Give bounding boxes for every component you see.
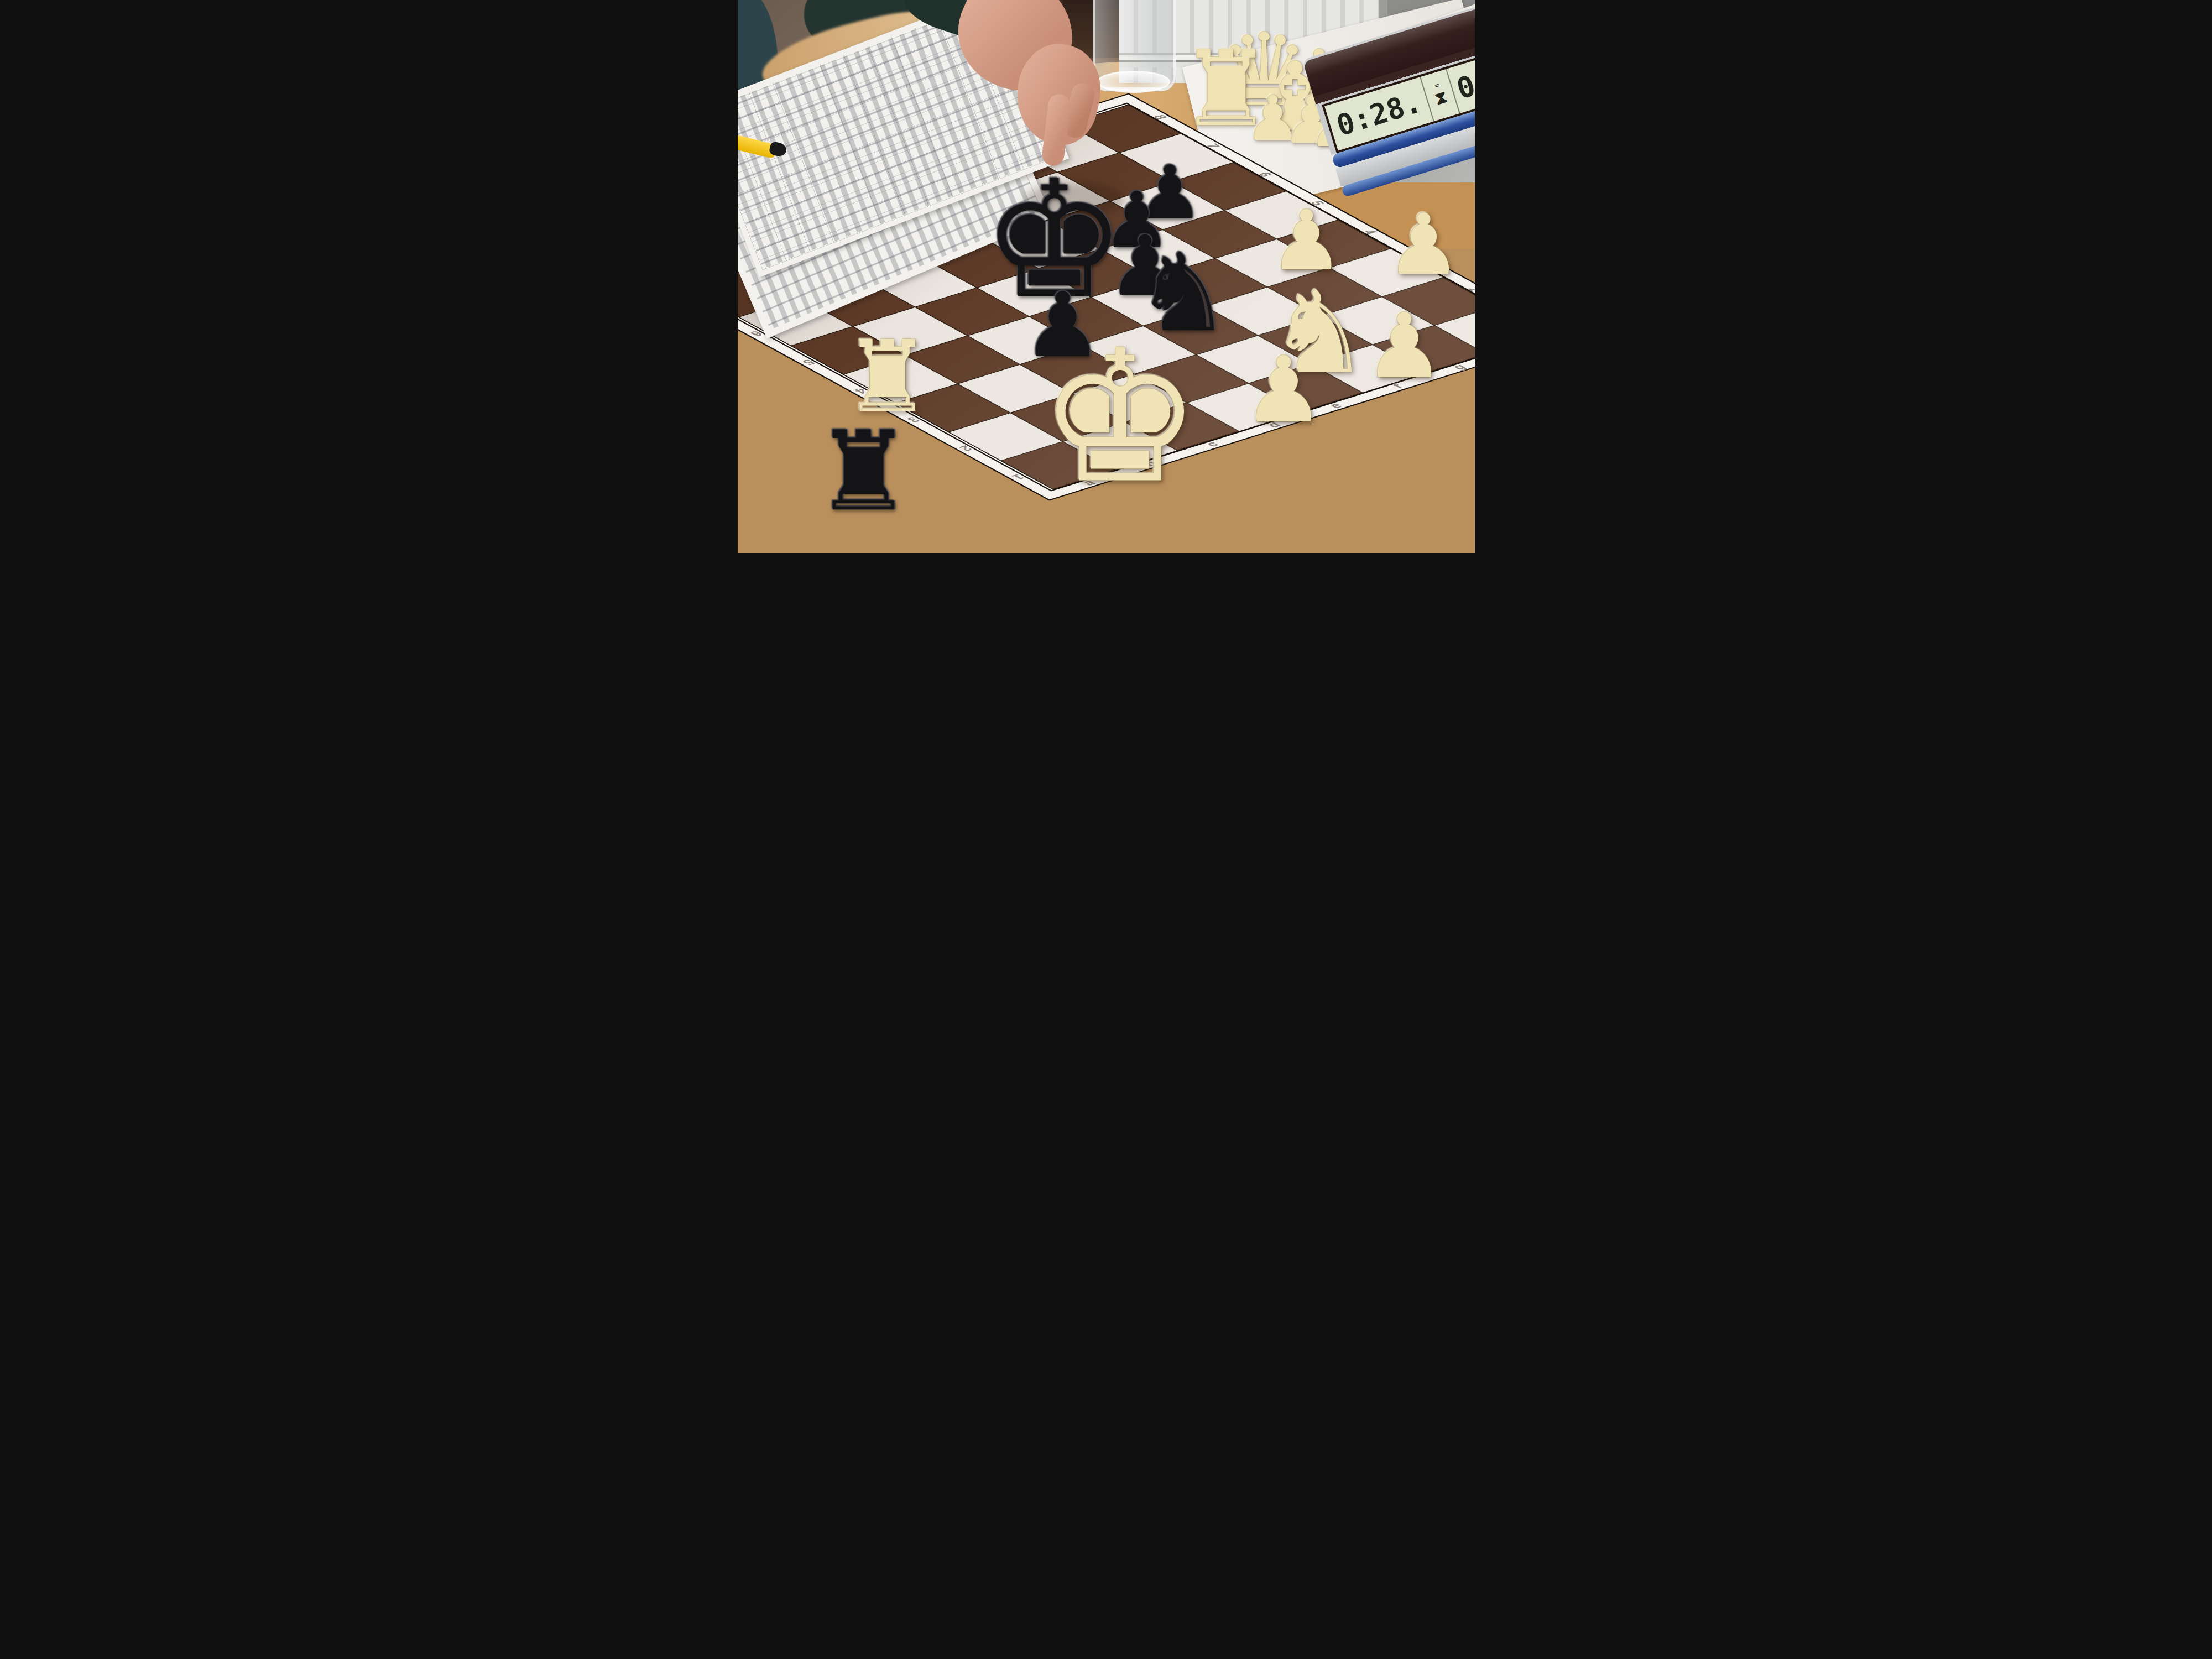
white-pawn-e3: ♟ xyxy=(1243,345,1325,436)
black-rook-a4: ♜ xyxy=(815,417,913,526)
water-glass-base xyxy=(1097,71,1170,93)
rank-label-right-4: 4 xyxy=(1359,228,1380,236)
hourglass-icon: ⧗ xyxy=(1432,87,1449,109)
right-time-text: 0: xyxy=(1453,64,1475,106)
white-pawn-f2: ♟ xyxy=(1364,301,1444,391)
file-label-bottom-c: c xyxy=(1202,440,1222,448)
rank-label-right-8: 8 xyxy=(1149,113,1171,121)
file-label-bottom-g: g xyxy=(1449,362,1469,372)
white-pawn-h3: ♟ xyxy=(1386,202,1461,286)
white-king-c3: ♚ xyxy=(1039,326,1202,509)
rank-label-right-6: 6 xyxy=(1254,171,1275,178)
file-label-bottom-e: e xyxy=(1326,401,1345,410)
photo-stage: aabbccddeeffgghh1122334455667788 ♝♛♞♜♝♟♟… xyxy=(738,0,1475,553)
